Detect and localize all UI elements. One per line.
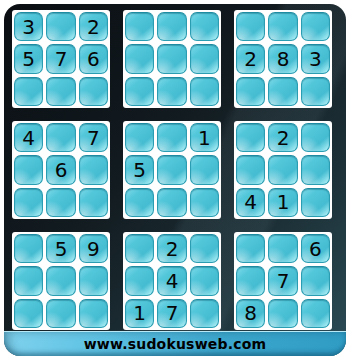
sudoku-cell-r4c8[interactable]: 2 — [268, 123, 297, 152]
sudoku-cell-r6c3[interactable] — [79, 188, 108, 217]
sudoku-cell-r4c4[interactable] — [125, 123, 154, 152]
sudoku-cell-r3c2[interactable] — [46, 77, 75, 106]
sudoku-cell-r3c4[interactable] — [125, 77, 154, 106]
sudoku-box-7: 59 — [12, 232, 110, 330]
sudoku-cell-r5c6[interactable] — [190, 155, 219, 184]
sudoku-cell-r2c1[interactable]: 5 — [14, 44, 43, 73]
sudoku-cell-r1c7[interactable] — [236, 12, 265, 41]
sudoku-cell-r4c1[interactable]: 4 — [14, 123, 43, 152]
sudoku-cell-r5c9[interactable] — [301, 155, 330, 184]
sudoku-cell-r9c5[interactable]: 7 — [157, 299, 186, 328]
sudoku-box-3: 283 — [234, 10, 332, 108]
footer-bar: www.sudokusweb.com — [4, 331, 346, 356]
sudoku-cell-r1c1[interactable]: 3 — [14, 12, 43, 41]
sudoku-cell-r7c1[interactable] — [14, 234, 43, 263]
sudoku-cell-r6c4[interactable] — [125, 188, 154, 217]
sudoku-cell-r8c8[interactable]: 7 — [268, 266, 297, 295]
sudoku-cell-r7c2[interactable]: 5 — [46, 234, 75, 263]
sudoku-cell-r1c9[interactable] — [301, 12, 330, 41]
sudoku-cell-r6c7[interactable]: 4 — [236, 188, 265, 217]
sudoku-cell-r4c6[interactable]: 1 — [190, 123, 219, 152]
sudoku-cell-r4c3[interactable]: 7 — [79, 123, 108, 152]
sudoku-cell-r6c5[interactable] — [157, 188, 186, 217]
sudoku-cell-r3c5[interactable] — [157, 77, 186, 106]
sudoku-cell-r8c1[interactable] — [14, 266, 43, 295]
sudoku-cell-r6c1[interactable] — [14, 188, 43, 217]
sudoku-box-5: 15 — [123, 121, 221, 219]
sudoku-cell-r5c5[interactable] — [157, 155, 186, 184]
sudoku-box-9: 678 — [234, 232, 332, 330]
sudoku-grid: 3257628347615241592417678 — [12, 10, 332, 330]
sudoku-cell-r1c3[interactable]: 2 — [79, 12, 108, 41]
sudoku-cell-r8c7[interactable] — [236, 266, 265, 295]
sudoku-cell-r9c7[interactable]: 8 — [236, 299, 265, 328]
sudoku-cell-r3c9[interactable] — [301, 77, 330, 106]
sudoku-cell-r9c9[interactable] — [301, 299, 330, 328]
sudoku-cell-r2c2[interactable]: 7 — [46, 44, 75, 73]
sudoku-cell-r4c7[interactable] — [236, 123, 265, 152]
sudoku-cell-r6c6[interactable] — [190, 188, 219, 217]
sudoku-cell-r1c5[interactable] — [157, 12, 186, 41]
page: 3257628347615241592417678 www.sudokusweb… — [0, 0, 350, 360]
sudoku-cell-r6c8[interactable]: 1 — [268, 188, 297, 217]
sudoku-cell-r7c7[interactable] — [236, 234, 265, 263]
sudoku-cell-r5c7[interactable] — [236, 155, 265, 184]
sudoku-cell-r3c7[interactable] — [236, 77, 265, 106]
sudoku-cell-r6c2[interactable] — [46, 188, 75, 217]
sudoku-box-2 — [123, 10, 221, 108]
sudoku-cell-r4c2[interactable] — [46, 123, 75, 152]
sudoku-box-1: 32576 — [12, 10, 110, 108]
sudoku-cell-r8c4[interactable] — [125, 266, 154, 295]
sudoku-cell-r2c5[interactable] — [157, 44, 186, 73]
sudoku-cell-r3c1[interactable] — [14, 77, 43, 106]
sudoku-cell-r2c9[interactable]: 3 — [301, 44, 330, 73]
sudoku-box-6: 241 — [234, 121, 332, 219]
sudoku-cell-r8c5[interactable]: 4 — [157, 266, 186, 295]
sudoku-cell-r7c5[interactable]: 2 — [157, 234, 186, 263]
sudoku-cell-r4c5[interactable] — [157, 123, 186, 152]
sudoku-cell-r2c3[interactable]: 6 — [79, 44, 108, 73]
sudoku-box-4: 476 — [12, 121, 110, 219]
sudoku-cell-r7c6[interactable] — [190, 234, 219, 263]
sudoku-cell-r7c4[interactable] — [125, 234, 154, 263]
sudoku-cell-r7c9[interactable]: 6 — [301, 234, 330, 263]
sudoku-cell-r8c2[interactable] — [46, 266, 75, 295]
sudoku-cell-r9c1[interactable] — [14, 299, 43, 328]
sudoku-cell-r9c6[interactable] — [190, 299, 219, 328]
sudoku-cell-r1c2[interactable] — [46, 12, 75, 41]
sudoku-cell-r9c8[interactable] — [268, 299, 297, 328]
sudoku-cell-r6c9[interactable] — [301, 188, 330, 217]
sudoku-cell-r5c1[interactable] — [14, 155, 43, 184]
sudoku-cell-r1c4[interactable] — [125, 12, 154, 41]
sudoku-cell-r2c8[interactable]: 8 — [268, 44, 297, 73]
sudoku-board: 3257628347615241592417678 www.sudokusweb… — [4, 4, 346, 356]
sudoku-cell-r8c3[interactable] — [79, 266, 108, 295]
sudoku-cell-r5c4[interactable]: 5 — [125, 155, 154, 184]
sudoku-cell-r2c7[interactable]: 2 — [236, 44, 265, 73]
sudoku-cell-r5c3[interactable] — [79, 155, 108, 184]
sudoku-box-8: 2417 — [123, 232, 221, 330]
sudoku-cell-r3c8[interactable] — [268, 77, 297, 106]
sudoku-cell-r4c9[interactable] — [301, 123, 330, 152]
sudoku-cell-r5c8[interactable] — [268, 155, 297, 184]
sudoku-cell-r2c6[interactable] — [190, 44, 219, 73]
sudoku-cell-r3c3[interactable] — [79, 77, 108, 106]
sudoku-cell-r9c3[interactable] — [79, 299, 108, 328]
sudoku-cell-r9c4[interactable]: 1 — [125, 299, 154, 328]
sudoku-cell-r7c8[interactable] — [268, 234, 297, 263]
sudoku-cell-r3c6[interactable] — [190, 77, 219, 106]
sudoku-cell-r7c3[interactable]: 9 — [79, 234, 108, 263]
sudoku-cell-r2c4[interactable] — [125, 44, 154, 73]
website-url: www.sudokusweb.com — [84, 336, 267, 352]
sudoku-cell-r8c9[interactable] — [301, 266, 330, 295]
sudoku-cell-r5c2[interactable]: 6 — [46, 155, 75, 184]
sudoku-cell-r1c8[interactable] — [268, 12, 297, 41]
sudoku-cell-r8c6[interactable] — [190, 266, 219, 295]
sudoku-cell-r9c2[interactable] — [46, 299, 75, 328]
sudoku-cell-r1c6[interactable] — [190, 12, 219, 41]
